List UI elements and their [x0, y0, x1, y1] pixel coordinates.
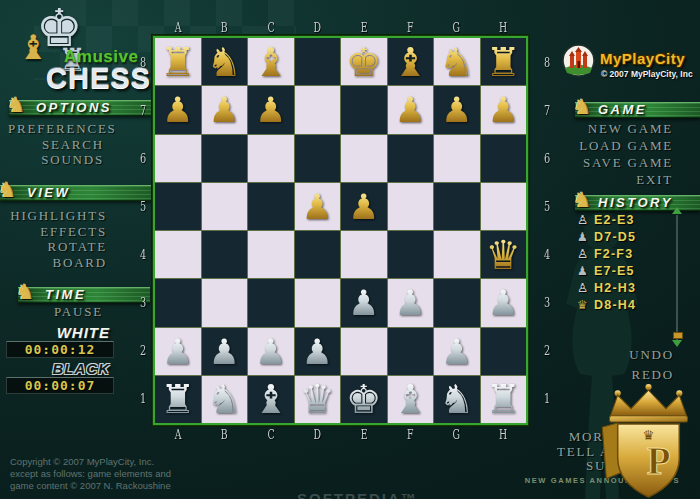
square-h1[interactable]: ♜ [481, 376, 527, 423]
black-rook[interactable]: ♜ [485, 42, 521, 82]
svg-text:P: P [647, 439, 671, 482]
app-logo: ♚ ♝ ♜ Amusive CHESS [0, 0, 150, 100]
rank-label-6: 6 [542, 134, 553, 182]
square-f2[interactable] [388, 328, 434, 375]
square-g4[interactable] [434, 231, 480, 278]
white-knight[interactable]: ♞ [206, 379, 242, 419]
square-b6[interactable] [202, 135, 248, 182]
white-pawn-icon: ♙ [577, 248, 588, 260]
rank-label-1: 1 [542, 375, 553, 423]
file-label-d: D [301, 20, 334, 35]
options-menu: PREFERENCESSEARCHSOUNDS [8, 121, 104, 168]
history-move-row[interactable]: ♙F2-F3 [577, 245, 636, 262]
white-pawn-icon: ♙ [577, 282, 588, 294]
white-clock-label: WHITE [0, 324, 110, 341]
game-menu-item[interactable]: LOAD GAME [560, 138, 673, 155]
square-c4[interactable] [248, 231, 294, 278]
square-b2[interactable]: ♟ [202, 328, 248, 375]
view-menu-item[interactable]: ROTATE BOARD [8, 239, 107, 270]
rank-label-2: 2 [542, 327, 553, 375]
board-border: ♜♞♝♚♝♞♜♟♟♟♟♟♟♟♟♛♟♟♟♟♟♟♟♟♜♞♝♛♚♝♞♜ [153, 36, 528, 425]
move-history-list: ♙E2-E3♟D7-D5♙F2-F3♟E7-E5♙H2-H3♛D8-H4 [577, 211, 636, 313]
rank-label-6: 6 [138, 134, 149, 182]
move-text: F2-F3 [594, 247, 633, 261]
black-pawn-icon: ♟ [577, 265, 588, 277]
ranks-right: 87654321 [540, 38, 554, 423]
black-knight[interactable]: ♞ [206, 42, 242, 82]
black-pawn[interactable]: ♟ [348, 189, 379, 224]
black-pawn[interactable]: ♟ [488, 92, 519, 127]
rank-label-3: 3 [542, 279, 553, 327]
square-e7[interactable] [341, 86, 387, 133]
square-f4[interactable] [388, 231, 434, 278]
square-f3[interactable]: ♟ [388, 279, 434, 326]
square-c5[interactable] [248, 183, 294, 230]
history-move-row[interactable]: ♙H2-H3 [577, 279, 636, 296]
white-clock: 00:00:12 [6, 341, 114, 358]
history-scrollbar[interactable] [669, 205, 685, 347]
file-label-f: F [393, 427, 426, 442]
square-g5[interactable] [434, 183, 480, 230]
rank-label-8: 8 [542, 38, 553, 86]
game-menu-item[interactable]: SAVE GAME [560, 155, 673, 172]
file-label-b: B [208, 427, 241, 442]
white-pawn-icon: ♙ [577, 214, 588, 226]
square-f5[interactable] [388, 183, 434, 230]
black-clock-time: 00:00:07 [25, 378, 96, 393]
copyright-line: except as follows: game elements and [10, 468, 171, 480]
square-f6[interactable] [388, 135, 434, 182]
square-f7[interactable]: ♟ [388, 86, 434, 133]
white-pawn[interactable]: ♟ [209, 334, 240, 369]
square-h3[interactable]: ♟ [481, 279, 527, 326]
square-b3[interactable] [202, 279, 248, 326]
rank-label-4: 4 [542, 231, 553, 279]
white-rook[interactable]: ♜ [485, 379, 521, 419]
square-b5[interactable] [202, 183, 248, 230]
square-c1[interactable]: ♝ [248, 376, 294, 423]
square-e8[interactable]: ♚ [341, 38, 387, 85]
white-bishop[interactable]: ♝ [392, 379, 428, 419]
square-d8[interactable] [295, 38, 341, 85]
black-pawn[interactable]: ♟ [302, 189, 333, 224]
undo-redo-menu: UNDO REDO [560, 345, 674, 385]
square-e5[interactable]: ♟ [341, 183, 387, 230]
square-c7[interactable]: ♟ [248, 86, 294, 133]
square-a1[interactable]: ♜ [155, 376, 201, 423]
file-label-h: H [486, 20, 519, 35]
gold-crown-shield-emblem: ♛ P [597, 384, 700, 499]
square-c6[interactable] [248, 135, 294, 182]
view-menu-item[interactable]: HIGHLIGHTS [8, 208, 107, 224]
square-e6[interactable] [341, 135, 387, 182]
black-queen-icon: ♛ [577, 299, 588, 311]
history-move-row[interactable]: ♟E7-E5 [577, 262, 636, 279]
black-pawn[interactable]: ♟ [395, 92, 426, 127]
game-section-header: ♞ GAME [575, 102, 700, 118]
time-title: TIME [18, 288, 150, 302]
file-label-e: E [347, 427, 380, 442]
copyright-line: Copyright © 2007 MyPlayCity, Inc. [10, 456, 171, 468]
options-title: OPTIONS [9, 101, 152, 115]
square-a4[interactable] [155, 231, 201, 278]
view-menu: HIGHLIGHTSEFFECTSROTATE BOARD [8, 208, 107, 270]
square-a8[interactable]: ♜ [155, 38, 201, 85]
myplaycity-name: MyPlayCity [600, 50, 685, 67]
square-d2[interactable]: ♟ [295, 328, 341, 375]
black-king[interactable]: ♚ [346, 42, 382, 82]
file-label-g: G [440, 20, 473, 35]
logo-bishop-icon: ♝ [18, 30, 48, 64]
black-pawn[interactable]: ♟ [209, 92, 240, 127]
view-title: VIEW [0, 186, 152, 200]
white-clock-time: 00:00:12 [25, 342, 96, 357]
history-move-row[interactable]: ♛D8-H4 [577, 296, 636, 313]
square-c3[interactable] [248, 279, 294, 326]
rank-label-3: 3 [138, 279, 149, 327]
black-bishop[interactable]: ♝ [392, 42, 428, 82]
square-d1[interactable]: ♛ [295, 376, 341, 423]
amusive-chess-window: ♚ ♝ ♜ Amusive CHESS ♞ OPTIONS PREFERENCE… [0, 0, 700, 499]
redo-button[interactable]: REDO [560, 365, 674, 385]
rank-label-7: 7 [542, 86, 553, 134]
white-pawn[interactable]: ♟ [488, 285, 519, 320]
square-h7[interactable]: ♟ [481, 86, 527, 133]
options-section-header: ♞ OPTIONS [9, 100, 152, 116]
game-title: GAME [575, 103, 700, 117]
square-e1[interactable]: ♚ [341, 376, 387, 423]
file-label-b: B [208, 20, 241, 35]
square-c2[interactable]: ♟ [248, 328, 294, 375]
square-h2[interactable] [481, 328, 527, 375]
move-text: D8-H4 [594, 298, 636, 312]
square-d3[interactable] [295, 279, 341, 326]
file-label-e: E [347, 20, 380, 35]
square-h6[interactable] [481, 135, 527, 182]
square-d6[interactable] [295, 135, 341, 182]
white-knight[interactable]: ♞ [439, 379, 475, 419]
square-c8[interactable]: ♝ [248, 38, 294, 85]
copyright-text: Copyright © 2007 MyPlayCity, Inc.except … [10, 456, 171, 492]
rank-label-5: 5 [542, 182, 553, 230]
square-a7[interactable]: ♟ [155, 86, 201, 133]
history-section-header: ♞ HISTORY [575, 195, 700, 211]
square-b7[interactable]: ♟ [202, 86, 248, 133]
square-a5[interactable] [155, 183, 201, 230]
white-rook[interactable]: ♜ [160, 379, 196, 419]
square-d4[interactable] [295, 231, 341, 278]
undo-button[interactable]: UNDO [560, 345, 674, 365]
chess-board: ♜♞♝♚♝♞♜♟♟♟♟♟♟♟♟♛♟♟♟♟♟♟♟♟♜♞♝♛♚♝♞♜ [151, 34, 530, 427]
board-grid: ♜♞♝♚♝♞♜♟♟♟♟♟♟♟♟♛♟♟♟♟♟♟♟♟♜♞♝♛♚♝♞♜ [155, 38, 526, 423]
black-knight[interactable]: ♞ [439, 42, 475, 82]
ranks-left: 87654321 [136, 38, 150, 423]
rank-label-1: 1 [138, 375, 149, 423]
white-queen[interactable]: ♛ [299, 379, 335, 419]
square-a6[interactable] [155, 135, 201, 182]
black-pawn[interactable]: ♟ [255, 92, 286, 127]
square-g2[interactable]: ♟ [434, 328, 480, 375]
file-label-c: C [254, 427, 287, 442]
white-pawn[interactable]: ♟ [255, 334, 286, 369]
white-pawn[interactable]: ♟ [162, 334, 193, 369]
history-move-row[interactable]: ♟D7-D5 [577, 228, 636, 245]
black-clock: 00:00:07 [6, 377, 114, 394]
myplaycity-copyright: © 2007 MyPlayCity, Inc [601, 69, 693, 79]
view-section-header: ♞ VIEW [0, 185, 152, 201]
file-label-f: F [393, 20, 426, 35]
square-g7[interactable]: ♟ [434, 86, 480, 133]
square-f8[interactable]: ♝ [388, 38, 434, 85]
pause-button[interactable]: PAUSE [8, 304, 103, 319]
time-menu: PAUSE [8, 304, 103, 319]
time-section-header: ♞ TIME [18, 287, 150, 303]
square-g1[interactable]: ♞ [434, 376, 480, 423]
white-bishop[interactable]: ♝ [253, 379, 289, 419]
rank-label-2: 2 [138, 327, 149, 375]
square-d7[interactable] [295, 86, 341, 133]
white-pawn[interactable]: ♟ [302, 334, 333, 369]
rank-label-4: 4 [138, 231, 149, 279]
black-queen[interactable]: ♛ [485, 235, 521, 275]
file-label-a: A [161, 20, 194, 35]
history-title: HISTORY [575, 196, 700, 210]
file-label-d: D [301, 427, 334, 442]
square-e2[interactable] [341, 328, 387, 375]
file-label-g: G [440, 427, 473, 442]
rank-label-8: 8 [138, 38, 149, 86]
file-label-a: A [161, 427, 194, 442]
black-pawn[interactable]: ♟ [162, 92, 193, 127]
scrollbar-track[interactable] [676, 215, 678, 341]
files-top: ABCDEFGH [155, 20, 526, 35]
square-h8[interactable]: ♜ [481, 38, 527, 85]
square-g8[interactable]: ♞ [434, 38, 480, 85]
square-b8[interactable]: ♞ [202, 38, 248, 85]
square-a2[interactable]: ♟ [155, 328, 201, 375]
game-menu-item[interactable]: NEW GAME [560, 121, 673, 138]
white-king[interactable]: ♚ [346, 379, 382, 419]
black-bishop[interactable]: ♝ [253, 42, 289, 82]
white-pawn[interactable]: ♟ [395, 285, 426, 320]
view-menu-item[interactable]: EFFECTS [8, 224, 107, 240]
files-bottom: ABCDEFGH [155, 427, 526, 442]
game-menu-item[interactable]: EXIT [560, 172, 673, 189]
square-b1[interactable]: ♞ [202, 376, 248, 423]
black-pawn-icon: ♟ [577, 231, 588, 243]
scrollbar-thumb[interactable] [673, 332, 683, 339]
black-clock-label: BLACK [0, 360, 110, 377]
move-text: E2-E3 [594, 213, 635, 227]
move-text: E7-E5 [594, 264, 635, 278]
square-e4[interactable] [341, 231, 387, 278]
options-menu-item[interactable]: SEARCH [8, 137, 104, 153]
options-menu-item[interactable]: PREFERENCES [8, 121, 104, 137]
white-pawn[interactable]: ♟ [348, 285, 379, 320]
move-text: D7-D5 [594, 230, 636, 244]
white-pawn[interactable]: ♟ [441, 334, 472, 369]
file-label-c: C [254, 20, 287, 35]
square-b4[interactable] [202, 231, 248, 278]
myplaycity-castle-icon [562, 44, 595, 77]
square-g3[interactable] [434, 279, 480, 326]
history-move-row[interactable]: ♙E2-E3 [577, 211, 636, 228]
options-menu-item[interactable]: SOUNDS [8, 152, 104, 168]
black-rook[interactable]: ♜ [160, 42, 196, 82]
black-pawn[interactable]: ♟ [441, 92, 472, 127]
square-d5[interactable]: ♟ [295, 183, 341, 230]
copyright-line: game content © 2007 N. Rackoushine [10, 480, 171, 492]
square-g6[interactable] [434, 135, 480, 182]
game-menu: NEW GAMELOAD GAMESAVE GAMEEXIT [560, 121, 673, 189]
move-text: H2-H3 [594, 281, 636, 295]
file-label-h: H [486, 427, 519, 442]
square-f1[interactable]: ♝ [388, 376, 434, 423]
myplaycity-logo[interactable]: MyPlayCity © 2007 MyPlayCity, Inc [560, 42, 700, 82]
square-a3[interactable] [155, 279, 201, 326]
square-h5[interactable] [481, 183, 527, 230]
square-h4[interactable]: ♛ [481, 231, 527, 278]
square-e3[interactable]: ♟ [341, 279, 387, 326]
softpedia-watermark: SOFTPEDIA™ [297, 490, 418, 499]
